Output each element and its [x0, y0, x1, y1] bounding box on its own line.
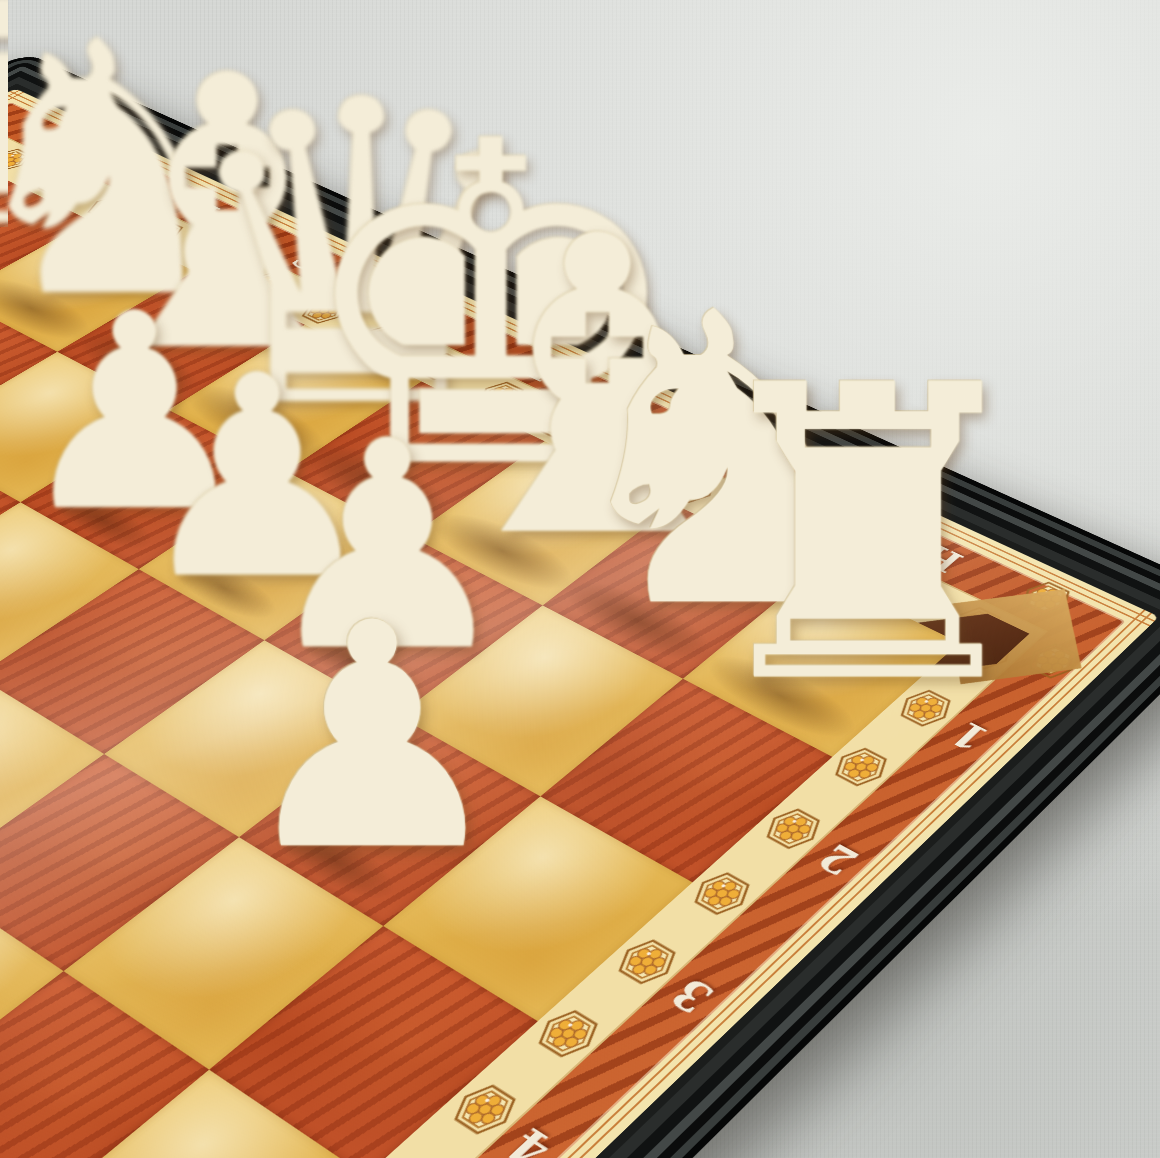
honeycomb-hexagon-icon — [238, 268, 298, 301]
chess-board-frame: ABCDEFGH 12345678 ♜♞♝♛♚♝♞♜♟♟♟♟♟♟ — [0, 53, 1160, 1158]
honeycomb-hexagon-icon — [294, 294, 355, 328]
file-label-text: A — [75, 150, 125, 176]
file-label-text: C — [284, 247, 336, 276]
pawn-glyph: ♟ — [233, 596, 444, 881]
honeycomb-hexagon-icon — [30, 169, 88, 199]
file-label-text: B — [176, 197, 228, 225]
honeycomb-hexagon-icon — [80, 192, 139, 222]
rank-label-text: 1 — [942, 714, 999, 756]
photo-of-chess-set: ABCDEFGH 12345678 ♜♞♝♛♚♝♞♜♟♟♟♟♟♟ — [0, 0, 1160, 1158]
file-label-text: D — [395, 298, 450, 329]
rook-glyph: ♜ — [686, 350, 883, 722]
rank-label-text: 4 — [496, 1118, 566, 1158]
rank-label-text: 3 — [661, 969, 726, 1021]
rank-label-text: 2 — [808, 835, 868, 882]
honeycomb-hexagon-icon — [351, 321, 413, 356]
honeycomb-hexagon-icon — [132, 217, 191, 248]
honeycomb-hexagon-icon — [184, 242, 244, 274]
